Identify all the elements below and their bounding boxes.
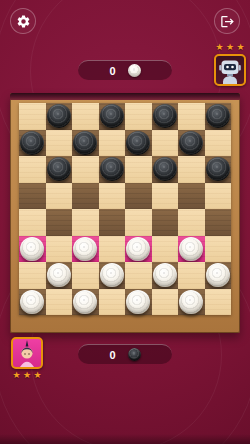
square-r6c1[interactable] [46,262,73,289]
square-r3c7 [205,183,232,210]
square-r6c4 [125,262,152,289]
square-r6c3[interactable] [99,262,126,289]
square-r0c7[interactable] [205,103,232,130]
opponent-avatar[interactable] [214,54,246,86]
square-r1c5 [152,130,179,157]
settings-button[interactable] [10,8,36,34]
square-r2c0 [19,156,46,183]
star-icon: ★ [236,42,244,52]
square-r7c6[interactable] [178,289,205,316]
square-r5c3 [99,236,126,263]
square-r3c5 [152,183,179,210]
square-r0c5[interactable] [152,103,179,130]
square-r2c2 [72,156,99,183]
square-r5c7 [205,236,232,263]
square-r3c2[interactable] [72,183,99,210]
square-r1c0[interactable] [19,130,46,157]
player-avatar[interactable] [11,337,43,369]
square-r5c0[interactable] [19,236,46,263]
square-r4c0 [19,209,46,236]
star-icon: ★ [33,370,41,380]
square-r2c7[interactable] [205,156,232,183]
square-r2c4 [125,156,152,183]
square-r4c4 [125,209,152,236]
square-r2c3[interactable] [99,156,126,183]
square-r0c0 [19,103,46,130]
square-r7c5 [152,289,179,316]
square-r2c1[interactable] [46,156,73,183]
score-bar-bottom: 0 [78,344,172,364]
board-grid [19,103,231,315]
square-r6c6 [178,262,205,289]
white-piece[interactable] [73,290,97,314]
player-stars: ★★★ [10,370,44,380]
white-piece[interactable] [206,263,230,287]
square-r3c0[interactable] [19,183,46,210]
square-r2c5[interactable] [152,156,179,183]
square-r5c2[interactable] [72,236,99,263]
square-r4c1[interactable] [46,209,73,236]
square-r5c6[interactable] [178,236,205,263]
score-bar-top: 0 [78,60,172,80]
star-icon: ★ [23,370,31,380]
white-piece[interactable] [126,290,150,314]
captured-count-bottom: 0 [109,349,115,361]
square-r1c3 [99,130,126,157]
square-r7c2[interactable] [72,289,99,316]
square-r6c7[interactable] [205,262,232,289]
square-r0c2 [72,103,99,130]
white-checker-icon [128,64,141,77]
square-r0c1[interactable] [46,103,73,130]
black-piece[interactable] [73,131,97,155]
opponent-stars: ★★★ [213,42,247,52]
square-r2c6 [178,156,205,183]
square-r1c7 [205,130,232,157]
black-piece[interactable] [47,157,71,181]
square-r1c6[interactable] [178,130,205,157]
square-r3c6[interactable] [178,183,205,210]
square-r6c2 [72,262,99,289]
square-r5c4[interactable] [125,236,152,263]
black-piece[interactable] [153,157,177,181]
checkers-board [10,93,240,333]
square-r4c3[interactable] [99,209,126,236]
square-r1c2[interactable] [72,130,99,157]
gear-icon [16,14,31,29]
square-r7c7 [205,289,232,316]
star-icon: ★ [215,42,223,52]
black-piece[interactable] [206,157,230,181]
girl-avatar-image [13,339,41,367]
square-r3c1 [46,183,73,210]
captured-count-top: 0 [109,65,115,77]
white-piece[interactable] [20,237,44,261]
square-r4c5[interactable] [152,209,179,236]
black-piece[interactable] [206,104,230,128]
app-screen: ★★★ 0 ★★★ 0 [0,0,250,444]
white-piece[interactable] [179,237,203,261]
square-r1c4[interactable] [125,130,152,157]
square-r4c6 [178,209,205,236]
logout-icon [220,14,235,29]
board-frame-top-strip [10,93,240,100]
square-r6c5[interactable] [152,262,179,289]
square-r5c1 [46,236,73,263]
square-r0c3[interactable] [99,103,126,130]
exit-button[interactable] [214,8,240,34]
white-piece[interactable] [73,237,97,261]
black-piece[interactable] [153,104,177,128]
black-piece[interactable] [100,157,124,181]
square-r0c6 [178,103,205,130]
white-piece[interactable] [126,237,150,261]
square-r7c4[interactable] [125,289,152,316]
square-r7c3 [99,289,126,316]
star-icon: ★ [12,370,20,380]
square-r3c4[interactable] [125,183,152,210]
white-piece[interactable] [47,263,71,287]
white-piece[interactable] [100,263,124,287]
square-r0c4 [125,103,152,130]
black-piece[interactable] [100,104,124,128]
black-checker-icon [128,348,141,361]
square-r5c5 [152,236,179,263]
white-piece[interactable] [179,290,203,314]
square-r4c2 [72,209,99,236]
square-r6c0 [19,262,46,289]
white-piece[interactable] [153,263,177,287]
square-r7c0[interactable] [19,289,46,316]
black-piece[interactable] [179,131,203,155]
square-r3c3 [99,183,126,210]
square-r7c1 [46,289,73,316]
robot-avatar-image [216,56,244,84]
square-r1c1 [46,130,73,157]
star-icon: ★ [226,42,234,52]
black-piece[interactable] [47,104,71,128]
black-piece[interactable] [20,131,44,155]
white-piece[interactable] [20,290,44,314]
square-r4c7[interactable] [205,209,232,236]
black-piece[interactable] [126,131,150,155]
